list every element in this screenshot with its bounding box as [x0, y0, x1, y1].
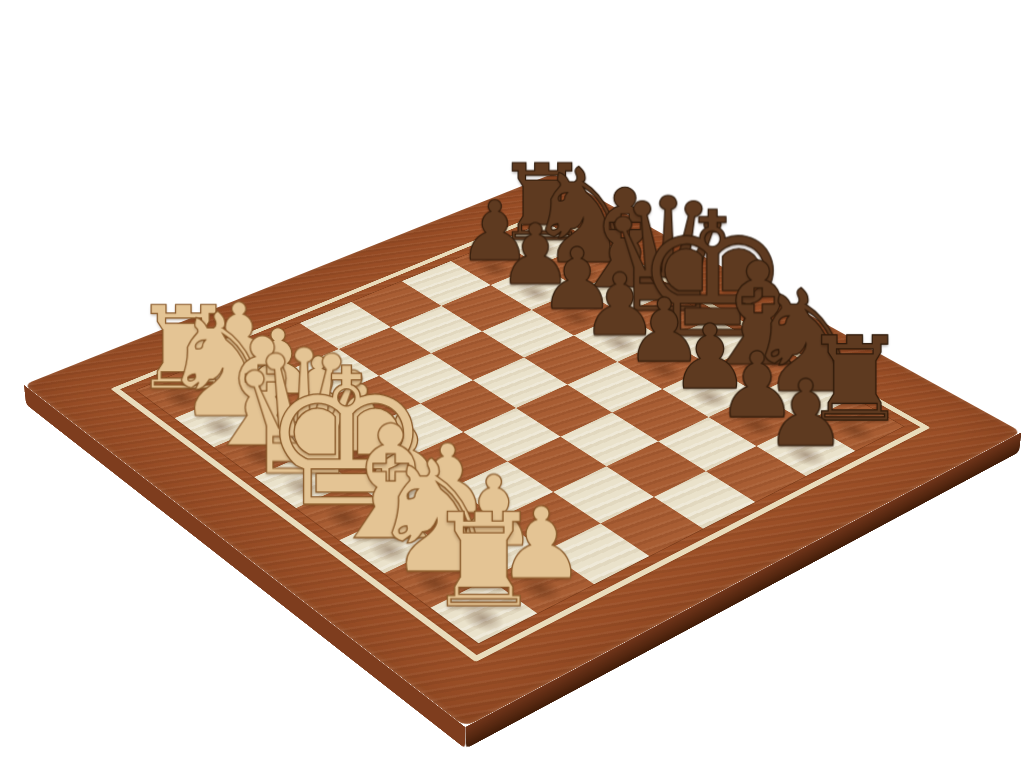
- shadow-d7: [586, 325, 653, 361]
- shadow-c8: [591, 280, 657, 314]
- black-pawn-h7[interactable]: ♟: [765, 367, 848, 459]
- shadow-d8: [634, 304, 701, 339]
- shadow-a7: [462, 252, 526, 285]
- white-rook-h1[interactable]: ♜: [426, 497, 542, 626]
- shadow-b7: [502, 276, 567, 310]
- shadow-a8: [510, 232, 573, 264]
- shadow-e7: [629, 352, 698, 389]
- chess-board: ♜♞♝♛♚♝♞♜♟♟♟♟♟♟♟♟♟♟♟♟♟♟♟♟♜♞♝♛♚♝♞♜: [24, 174, 1022, 727]
- shadow-b8: [550, 256, 614, 289]
- product-photo-scene: ♜♞♝♛♚♝♞♜♟♟♟♟♟♟♟♟♟♟♟♟♟♟♟♟♜♞♝♛♚♝♞♜: [0, 0, 1024, 768]
- shadow-c7: [543, 300, 609, 335]
